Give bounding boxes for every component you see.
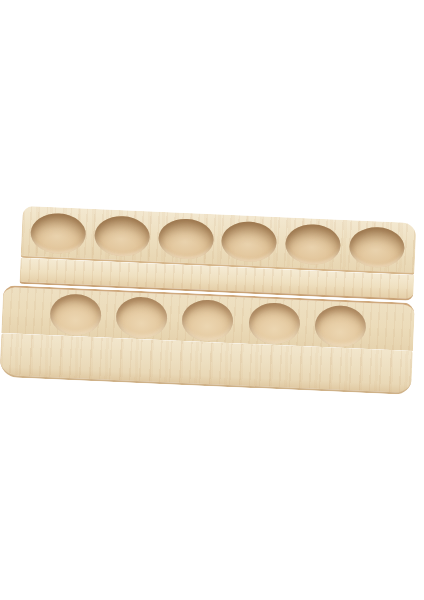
pit-cell	[217, 219, 282, 264]
top-pit-1	[30, 212, 87, 254]
pit-cell	[108, 292, 176, 341]
pit-cell	[41, 289, 109, 338]
mancala-board	[0, 205, 418, 399]
bottom-pit-3	[182, 298, 235, 341]
pit-cell	[280, 222, 345, 267]
pit-cell	[240, 298, 308, 347]
top-pit-2	[94, 215, 151, 257]
bottom-pit-5	[314, 304, 367, 347]
top-pit-5	[285, 223, 342, 265]
pit-cell	[26, 211, 91, 256]
bottom-pit-4	[248, 301, 301, 344]
pit-cell	[153, 217, 218, 262]
pit-cell	[89, 214, 154, 259]
bottom-pit-1	[49, 293, 102, 336]
pit-cell	[174, 295, 242, 344]
pit-cell	[344, 225, 409, 270]
bottom-tier	[0, 285, 415, 399]
top-pit-6	[348, 226, 405, 268]
top-pit-4	[221, 221, 278, 263]
product-photo-background	[0, 0, 424, 600]
top-pit-3	[157, 218, 214, 260]
bottom-pit-2	[115, 296, 168, 339]
pit-cell	[307, 300, 375, 349]
